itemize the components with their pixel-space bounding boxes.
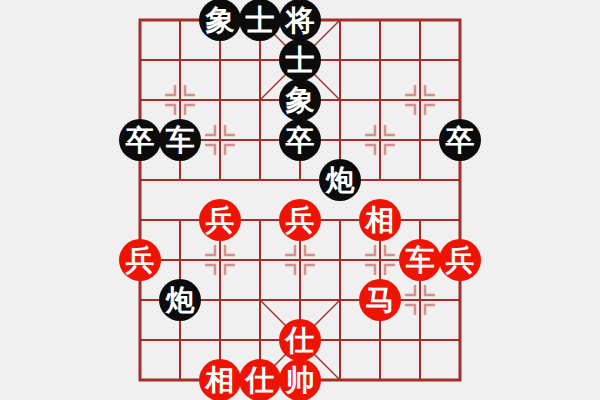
piece-character: 相 xyxy=(366,206,395,235)
piece-red-advisor[interactable]: 仕 xyxy=(279,319,321,361)
piece-red-soldier[interactable]: 兵 xyxy=(199,199,241,241)
xiangqi-board: 象士将士象卒车卒卒炮兵兵相兵车兵炮马仕相仕帅 xyxy=(0,0,600,400)
piece-character: 兵 xyxy=(206,206,235,235)
piece-black-soldier[interactable]: 卒 xyxy=(279,119,321,161)
piece-character: 士 xyxy=(286,46,315,75)
piece-red-horse[interactable]: 马 xyxy=(359,279,401,321)
piece-character: 炮 xyxy=(166,286,195,315)
piece-black-elephant[interactable]: 象 xyxy=(199,0,241,41)
pieces-layer: 象士将士象卒车卒卒炮兵兵相兵车兵炮马仕相仕帅 xyxy=(120,0,480,400)
piece-character: 炮 xyxy=(326,166,355,195)
piece-character: 兵 xyxy=(446,246,475,275)
piece-character: 马 xyxy=(366,286,395,315)
piece-red-soldier[interactable]: 兵 xyxy=(279,199,321,241)
piece-black-elephant[interactable]: 象 xyxy=(279,79,321,121)
piece-character: 将 xyxy=(286,6,315,35)
piece-character: 兵 xyxy=(126,246,155,275)
piece-character: 卒 xyxy=(286,126,315,155)
piece-black-cannon[interactable]: 炮 xyxy=(159,279,201,321)
piece-character: 象 xyxy=(206,6,235,35)
piece-character: 帅 xyxy=(286,366,315,395)
piece-red-elephant[interactable]: 相 xyxy=(199,359,241,400)
piece-black-general[interactable]: 将 xyxy=(279,0,321,41)
piece-red-general[interactable]: 帅 xyxy=(279,359,321,400)
piece-character: 兵 xyxy=(286,206,315,235)
piece-character: 士 xyxy=(246,6,275,35)
piece-black-cannon[interactable]: 炮 xyxy=(319,159,361,201)
piece-character: 车 xyxy=(166,126,195,155)
piece-character: 卒 xyxy=(446,126,475,155)
piece-black-advisor[interactable]: 士 xyxy=(279,39,321,81)
piece-black-soldier[interactable]: 卒 xyxy=(439,119,481,161)
piece-black-soldier[interactable]: 卒 xyxy=(119,119,161,161)
piece-red-advisor[interactable]: 仕 xyxy=(239,359,281,400)
piece-red-chariot[interactable]: 车 xyxy=(399,239,441,281)
piece-character: 象 xyxy=(286,86,315,115)
piece-character: 车 xyxy=(406,246,435,275)
piece-black-chariot[interactable]: 车 xyxy=(159,119,201,161)
piece-red-elephant[interactable]: 相 xyxy=(359,199,401,241)
piece-character: 仕 xyxy=(286,326,315,355)
piece-character: 卒 xyxy=(126,126,155,155)
piece-red-soldier[interactable]: 兵 xyxy=(119,239,161,281)
piece-black-advisor[interactable]: 士 xyxy=(239,0,281,41)
piece-character: 相 xyxy=(206,366,235,395)
piece-red-soldier[interactable]: 兵 xyxy=(439,239,481,281)
piece-character: 仕 xyxy=(246,366,275,395)
